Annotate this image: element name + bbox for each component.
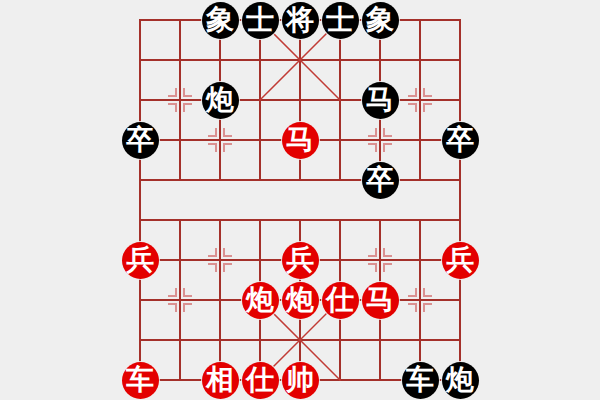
- board-cell-c7r1[interactable]: [400, 40, 440, 80]
- board-cell-c4r6[interactable]: 兵: [280, 240, 320, 280]
- board-cell-c8r1[interactable]: [440, 40, 480, 80]
- board-cell-c2r2[interactable]: 炮: [200, 80, 240, 120]
- board-cell-c2r4[interactable]: [200, 160, 240, 200]
- black-cannon[interactable]: 炮: [442, 362, 479, 399]
- board-cell-c0r1[interactable]: [120, 40, 160, 80]
- board-cell-c1r0[interactable]: [160, 0, 200, 40]
- board-cell-c5r5[interactable]: [320, 200, 360, 240]
- board-cell-c0r7[interactable]: [120, 280, 160, 320]
- board-cell-c1r1[interactable]: [160, 40, 200, 80]
- red-elephant[interactable]: 相: [202, 362, 239, 399]
- red-cannon[interactable]: 炮: [282, 282, 319, 319]
- black-advisor[interactable]: 士: [242, 2, 279, 39]
- board-cell-c6r7[interactable]: 马: [360, 280, 400, 320]
- board-cell-c4r0[interactable]: 将: [280, 0, 320, 40]
- black-chariot[interactable]: 车: [402, 362, 439, 399]
- board-cell-c5r0[interactable]: 士: [320, 0, 360, 40]
- board-cell-c5r9[interactable]: [320, 360, 360, 400]
- black-advisor[interactable]: 士: [322, 2, 359, 39]
- board-cell-c1r2[interactable]: [160, 80, 200, 120]
- black-pawn[interactable]: 卒: [122, 122, 159, 159]
- board-cell-c5r6[interactable]: [320, 240, 360, 280]
- board-cell-c6r4[interactable]: 卒: [360, 160, 400, 200]
- board-cell-c2r5[interactable]: [200, 200, 240, 240]
- xiangqi-board-screen: 象士将士象炮马卒马卒卒兵兵兵炮炮仕马车相仕帅车炮: [0, 0, 600, 400]
- board-cell-c1r7[interactable]: [160, 280, 200, 320]
- board-cell-c2r8[interactable]: [200, 320, 240, 360]
- red-advisor[interactable]: 仕: [322, 282, 359, 319]
- black-pawn[interactable]: 卒: [362, 162, 399, 199]
- black-elephant[interactable]: 象: [202, 2, 239, 39]
- board-cell-c7r0[interactable]: [400, 0, 440, 40]
- board-cell-c0r2[interactable]: [120, 80, 160, 120]
- board-cell-c4r9[interactable]: 帅: [280, 360, 320, 400]
- board-cell-c6r6[interactable]: [360, 240, 400, 280]
- board-cell-c4r1[interactable]: [280, 40, 320, 80]
- board-cell-c1r9[interactable]: [160, 360, 200, 400]
- board-cell-c0r4[interactable]: [120, 160, 160, 200]
- board-cell-c0r8[interactable]: [120, 320, 160, 360]
- board-cell-c1r3[interactable]: [160, 120, 200, 160]
- red-cannon[interactable]: 炮: [242, 282, 279, 319]
- black-pawn[interactable]: 卒: [442, 122, 479, 159]
- black-cannon[interactable]: 炮: [202, 82, 239, 119]
- red-king[interactable]: 帅: [282, 362, 319, 399]
- board-cell-c4r2[interactable]: [280, 80, 320, 120]
- board-cell-c0r9[interactable]: 车: [120, 360, 160, 400]
- red-pawn[interactable]: 兵: [442, 242, 479, 279]
- red-pawn[interactable]: 兵: [122, 242, 159, 279]
- board-cell-c2r6[interactable]: [200, 240, 240, 280]
- board-cell-c4r4[interactable]: [280, 160, 320, 200]
- board-cell-c3r0[interactable]: 士: [240, 0, 280, 40]
- board-cell-c7r6[interactable]: [400, 240, 440, 280]
- red-horse[interactable]: 马: [282, 122, 319, 159]
- board-cell-c5r7[interactable]: 仕: [320, 280, 360, 320]
- board-cell-c3r1[interactable]: [240, 40, 280, 80]
- board-cell-c8r5[interactable]: [440, 200, 480, 240]
- board-cell-c1r5[interactable]: [160, 200, 200, 240]
- board-cell-c7r2[interactable]: [400, 80, 440, 120]
- board-cell-c3r9[interactable]: 仕: [240, 360, 280, 400]
- board-cell-c3r6[interactable]: [240, 240, 280, 280]
- board-cell-c3r5[interactable]: [240, 200, 280, 240]
- board-cell-c5r4[interactable]: [320, 160, 360, 200]
- board-cell-c4r3[interactable]: 马: [280, 120, 320, 160]
- board-cell-c6r5[interactable]: [360, 200, 400, 240]
- board-cell-c1r8[interactable]: [160, 320, 200, 360]
- board-cell-c3r4[interactable]: [240, 160, 280, 200]
- black-king[interactable]: 将: [282, 2, 319, 39]
- black-horse[interactable]: 马: [362, 82, 399, 119]
- board-cell-c8r7[interactable]: [440, 280, 480, 320]
- board-cell-c0r5[interactable]: [120, 200, 160, 240]
- board-cell-c7r8[interactable]: [400, 320, 440, 360]
- board-cell-c7r3[interactable]: [400, 120, 440, 160]
- board-cell-c4r7[interactable]: 炮: [280, 280, 320, 320]
- board-cell-c8r2[interactable]: [440, 80, 480, 120]
- board-cell-c3r2[interactable]: [240, 80, 280, 120]
- board-cell-c8r8[interactable]: [440, 320, 480, 360]
- board-cell-c7r5[interactable]: [400, 200, 440, 240]
- red-advisor[interactable]: 仕: [242, 362, 279, 399]
- board-cell-c6r0[interactable]: 象: [360, 0, 400, 40]
- board-cell-c3r7[interactable]: 炮: [240, 280, 280, 320]
- board-cell-c6r8[interactable]: [360, 320, 400, 360]
- board-cell-c4r8[interactable]: [280, 320, 320, 360]
- board-cell-c5r2[interactable]: [320, 80, 360, 120]
- board-cell-c0r3[interactable]: 卒: [120, 120, 160, 160]
- board-cell-c3r8[interactable]: [240, 320, 280, 360]
- board-cell-c8r9[interactable]: 炮: [440, 360, 480, 400]
- board-cell-c4r5[interactable]: [280, 200, 320, 240]
- board-cell-c2r0[interactable]: 象: [200, 0, 240, 40]
- board-cell-c0r0[interactable]: [120, 0, 160, 40]
- board-cell-c2r1[interactable]: [200, 40, 240, 80]
- board-cell-c6r9[interactable]: [360, 360, 400, 400]
- board-cell-c5r1[interactable]: [320, 40, 360, 80]
- board-cell-c6r1[interactable]: [360, 40, 400, 80]
- board-cell-c7r7[interactable]: [400, 280, 440, 320]
- black-elephant[interactable]: 象: [362, 2, 399, 39]
- board-cell-c2r3[interactable]: [200, 120, 240, 160]
- board-cell-c8r4[interactable]: [440, 160, 480, 200]
- board-cell-c2r9[interactable]: 相: [200, 360, 240, 400]
- board-cell-c1r4[interactable]: [160, 160, 200, 200]
- board-cell-c5r3[interactable]: [320, 120, 360, 160]
- board-cell-c8r3[interactable]: 卒: [440, 120, 480, 160]
- board-cell-c8r6[interactable]: 兵: [440, 240, 480, 280]
- board-cell-c1r6[interactable]: [160, 240, 200, 280]
- board-cell-c3r3[interactable]: [240, 120, 280, 160]
- board-cell-c7r9[interactable]: 车: [400, 360, 440, 400]
- board-cell-c8r0[interactable]: [440, 0, 480, 40]
- board-cell-c0r6[interactable]: 兵: [120, 240, 160, 280]
- red-pawn[interactable]: 兵: [282, 242, 319, 279]
- board-grid: 象士将士象炮马卒马卒卒兵兵兵炮炮仕马车相仕帅车炮: [120, 0, 480, 400]
- red-horse[interactable]: 马: [362, 282, 399, 319]
- board-cell-c5r8[interactable]: [320, 320, 360, 360]
- board-cell-c6r3[interactable]: [360, 120, 400, 160]
- board-cell-c2r7[interactable]: [200, 280, 240, 320]
- red-chariot[interactable]: 车: [122, 362, 159, 399]
- board-cell-c7r4[interactable]: [400, 160, 440, 200]
- board-cell-c6r2[interactable]: 马: [360, 80, 400, 120]
